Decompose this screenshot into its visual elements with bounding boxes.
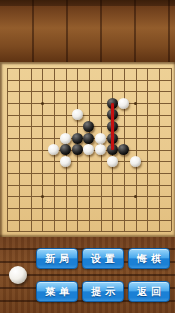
white-stone: [95, 144, 106, 155]
white-stone: [118, 98, 129, 109]
black-stone: [118, 144, 129, 155]
board-line-v: [159, 68, 160, 231]
star-point: [41, 195, 44, 198]
board-line-h: [7, 161, 170, 162]
gomoku-app: 新局 设置 悔棋 菜单 提示 返回: [0, 0, 175, 313]
gomoku-board[interactable]: [0, 62, 175, 237]
board-line-h: [7, 220, 170, 221]
menu-button[interactable]: 菜单: [36, 281, 78, 302]
board-line-h: [7, 173, 170, 174]
black-stone: [72, 133, 83, 144]
board-line-v: [136, 68, 137, 231]
board-line-h: [7, 196, 170, 197]
button-grid: 新局 设置 悔棋 菜单 提示 返回: [36, 248, 171, 304]
black-stone: [60, 144, 71, 155]
black-stone: [83, 133, 94, 144]
white-stone: [95, 133, 106, 144]
footer-wood-panel: 新局 设置 悔棋 菜单 提示 返回: [0, 237, 175, 313]
player-stone-indicator: [9, 266, 27, 284]
board-line-h: [7, 185, 170, 186]
white-stone: [48, 144, 59, 155]
settings-button[interactable]: 设置: [82, 248, 124, 269]
star-point: [134, 102, 137, 105]
white-stone: [83, 144, 94, 155]
board-line-h: [7, 208, 170, 209]
white-stone: [107, 156, 118, 167]
star-point: [41, 102, 44, 105]
back-button[interactable]: 返回: [128, 281, 170, 302]
board-line-v: [147, 68, 148, 231]
star-point: [134, 195, 137, 198]
header-wood-panel: [0, 0, 175, 62]
board-line-h: [7, 231, 170, 232]
black-stone: [72, 144, 83, 155]
win-line: [111, 103, 114, 150]
white-stone: [60, 133, 71, 144]
black-stone: [83, 121, 94, 132]
white-stone: [60, 156, 71, 167]
new-game-button[interactable]: 新局: [36, 248, 78, 269]
white-stone: [130, 156, 141, 167]
hint-button[interactable]: 提示: [82, 281, 124, 302]
board-line-v: [171, 68, 172, 231]
undo-button[interactable]: 悔棋: [128, 248, 170, 269]
white-stone: [72, 109, 83, 120]
